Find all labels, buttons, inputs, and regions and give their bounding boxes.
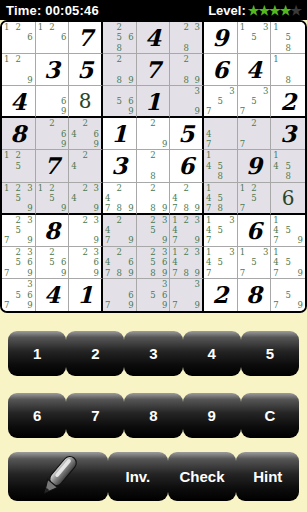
candidate-2 [148,279,159,290]
candidate-6: 6 [90,257,101,267]
candidate-1 [170,86,181,96]
candidate-5: 5 [13,161,24,171]
candidate-3 [294,215,305,225]
candidate-8: 8 [181,268,192,278]
cell-r5c4[interactable]: 3 [103,150,137,182]
candidate-9 [57,43,68,53]
cell-r1c4[interactable]: 2568 [103,22,137,54]
candidate-9 [226,268,237,278]
star-icon: ★ [248,3,259,18]
candidate-1: 1 [271,22,282,32]
candidate-2: 2 [114,22,125,32]
candidate-9 [125,43,136,53]
keypad-row-1: 1 2 3 4 5 [8,331,299,376]
candidate-1 [137,150,148,160]
cell-r9c3[interactable]: 1 [69,279,103,311]
cell-r8c9[interactable]: 14579 [271,247,305,279]
cell-r6c5[interactable]: 289 [137,183,171,215]
cell-r9c5[interactable]: 3569 [137,279,171,311]
cell-r9c4[interactable]: 679 [103,279,137,311]
cell-r4c1[interactable]: 8 [2,118,36,150]
candidate-3: 3 [226,247,237,257]
candidate-5 [47,129,58,139]
candidate-8: 8 [148,171,159,181]
candidate-2: 2 [13,54,24,64]
candidate-9: 9 [57,106,68,116]
digit-5-button[interactable]: 5 [241,331,299,376]
candidate-8: 8 [148,268,159,278]
candidate-1 [170,54,181,64]
candidate-8 [215,106,226,116]
candidate-1 [137,118,148,128]
cell-r2c1[interactable]: 129 [2,54,36,86]
candidate-3: 3 [158,247,169,257]
candidate-1: 1 [204,150,215,160]
cell-r2c7[interactable]: 6 [204,54,238,86]
candidate-8 [13,43,24,53]
pen-mode-button[interactable] [8,452,108,501]
candidate-7 [2,43,13,53]
candidate-5: 5 [249,193,260,203]
candidate-7: 7 [204,139,215,149]
candidate-1: 1 [2,183,13,193]
candidate-6 [24,225,35,235]
candidate-4: 4 [204,257,215,267]
check-button[interactable]: Check [168,452,237,501]
cell-r2c6[interactable]: 289 [170,54,204,86]
cell-r8c4[interactable]: 246789 [103,247,137,279]
cell-r4c4[interactable]: 1 [103,118,137,150]
candidate-4 [271,64,282,74]
candidate-2 [283,150,294,160]
cell-r6c1[interactable]: 12359 [2,183,36,215]
cell-r5c8[interactable]: 9 [238,150,272,182]
action-bar: Inv. Check Hint [8,452,299,501]
candidate-2: 2 [47,183,58,193]
candidate-4: 4 [271,257,282,267]
cell-r8c2[interactable]: 2569 [36,247,70,279]
candidate-8 [47,203,58,213]
candidate-7: 7 [204,235,215,245]
candidate-3 [191,183,202,193]
candidate-8 [148,139,159,149]
cell-r3c9[interactable]: 2 [271,86,305,118]
candidate-3 [57,118,68,128]
candidate-4 [137,161,148,171]
cell-r4c3[interactable]: 2469 [69,118,103,150]
cell-r7c8[interactable]: 6 [238,215,272,247]
candidate-2: 2 [148,150,159,160]
candidate-6: 6 [125,32,136,42]
candidate-9: 9 [90,268,101,278]
candidate-1 [137,215,148,225]
candidate-2: 2 [114,183,125,193]
candidate-9: 9 [125,75,136,85]
candidate-2: 2 [47,247,58,257]
candidate-5: 5 [148,225,159,235]
candidate-6 [259,193,270,203]
candidate-3 [57,86,68,96]
candidate-6 [90,193,101,203]
candidate-3 [226,183,237,193]
cell-r7c6[interactable]: 123479 [170,215,204,247]
candidate-6 [24,64,35,74]
cell-r1c7[interactable]: 9 [204,22,238,54]
cell-r4c6[interactable]: 5 [170,118,204,150]
candidate-7: 7 [2,300,13,311]
candidate-4 [137,257,148,267]
candidate-1 [69,247,80,257]
candidate-8: 8 [181,203,192,213]
cell-r3c7[interactable]: 357 [204,86,238,118]
candidate-2 [249,86,260,96]
cell-r8c6[interactable]: 1234789 [170,247,204,279]
digit-2-button[interactable]: 2 [66,331,124,376]
cell-r1c8[interactable]: 135 [238,22,272,54]
cell-r6c6[interactable]: 24789 [170,183,204,215]
candidate-5 [181,32,192,42]
candidate-3 [125,86,136,96]
cell-r4c2[interactable]: 269 [36,118,70,150]
candidate-1: 1 [204,183,215,193]
cell-r2c5[interactable]: 7 [137,54,171,86]
candidate-2 [249,247,260,257]
candidate-6 [158,129,169,139]
candidate-3 [125,279,136,290]
cell-r6c2[interactable]: 1259 [36,183,70,215]
digit-6-button[interactable]: 6 [8,393,66,438]
candidate-7 [170,43,181,53]
candidate-5 [181,96,192,106]
candidate-3: 3 [191,86,202,96]
candidate-7 [2,171,13,181]
candidate-9 [90,171,101,181]
cell-r9c8[interactable]: 8 [238,279,272,311]
candidate-4 [103,290,114,301]
candidate-3 [125,183,136,193]
time-value: 00:05:46 [45,3,99,18]
cell-r1c5[interactable]: 4 [137,22,171,54]
sudoku-board[interactable]: 1261267256842389135158129352897289641846… [0,20,307,313]
candidate-7 [103,43,114,53]
cell-r3c1[interactable]: 4 [2,86,36,118]
candidate-3 [294,54,305,64]
cell-r2c8[interactable]: 4 [238,54,272,86]
candidate-3: 3 [90,183,101,193]
candidate-9 [294,43,305,53]
candidate-3 [90,150,101,160]
candidate-9: 9 [191,106,202,116]
candidate-6: 6 [57,257,68,267]
candidate-7 [137,268,148,278]
candidate-9: 9 [90,203,101,213]
cell-r1c6[interactable]: 238 [170,22,204,54]
cell-r2c3[interactable]: 5 [69,54,103,86]
candidate-5 [114,193,125,203]
cell-r9c6[interactable]: 379 [170,279,204,311]
candidate-4 [137,193,148,203]
candidate-5 [114,64,125,74]
candidate-3 [90,118,101,128]
candidate-7: 7 [170,300,181,311]
candidate-9: 9 [191,300,202,311]
candidate-9 [259,268,270,278]
candidate-2: 2 [114,215,125,225]
candidate-8 [114,235,125,245]
clear-button[interactable]: C [241,393,299,438]
candidate-7: 7 [103,235,114,245]
cell-r1c2[interactable]: 126 [36,22,70,54]
candidate-7 [36,203,47,213]
candidate-6 [226,193,237,203]
candidate-4 [103,32,114,42]
candidate-2 [181,86,192,96]
cell-r8c1[interactable]: 235679 [2,247,36,279]
candidate-6 [226,129,237,139]
candidate-6 [158,225,169,235]
candidate-3 [24,22,35,32]
cell-r5c5[interactable]: 28 [137,150,171,182]
cell-r5c2[interactable]: 7 [36,150,70,182]
candidate-5 [249,129,260,139]
candidate-5: 5 [215,225,226,235]
candidate-2 [47,86,58,96]
candidate-7 [103,106,114,116]
candidate-6: 6 [158,290,169,301]
candidate-5 [80,225,91,235]
candidate-3 [125,54,136,64]
candidate-8 [249,139,260,149]
cell-r6c8[interactable]: 1257 [238,183,272,215]
candidate-5: 5 [283,225,294,235]
candidate-2: 2 [47,22,58,32]
candidate-8 [283,300,294,311]
candidate-9 [259,139,270,149]
candidate-8 [47,139,58,149]
candidate-9: 9 [24,235,35,245]
candidate-4: 4 [103,193,114,203]
cell-r7c4[interactable]: 2479 [103,215,137,247]
candidate-4: 4 [69,161,80,171]
candidate-4 [170,32,181,42]
candidate-4 [137,129,148,139]
candidate-1 [103,86,114,96]
candidate-4 [36,32,47,42]
candidate-9 [259,203,270,213]
candidate-7 [238,43,249,53]
candidate-9: 9 [125,235,136,245]
cell-r3c3[interactable]: 8 [69,86,103,118]
candidate-9: 9 [125,268,136,278]
digit-3-button[interactable]: 3 [124,331,182,376]
cell-r8c3[interactable]: 2369 [69,247,103,279]
cell-r3c5[interactable]: 1 [137,86,171,118]
candidate-1 [137,183,148,193]
cell-r1c3[interactable]: 7 [69,22,103,54]
candidate-7 [170,106,181,116]
candidate-4 [2,290,13,301]
candidate-4: 4 [271,225,282,235]
candidate-4: 4 [204,161,215,171]
candidate-5: 5 [249,257,260,267]
cell-r2c2[interactable]: 3 [36,54,70,86]
candidate-5 [148,193,159,203]
cell-r9c9[interactable]: 579 [271,279,305,311]
cell-r4c9[interactable]: 3 [271,118,305,150]
candidate-7: 7 [238,139,249,149]
candidate-4: 4 [170,257,181,267]
cell-r8c8[interactable]: 1357 [238,247,272,279]
digit-4-button[interactable]: 4 [183,331,241,376]
candidate-5: 5 [13,257,24,267]
candidate-2 [114,279,125,290]
cell-r1c1[interactable]: 126 [2,22,36,54]
candidate-5 [47,32,58,42]
cell-r7c3[interactable]: 239 [69,215,103,247]
cell-r3c2[interactable]: 69 [36,86,70,118]
candidate-2 [283,54,294,64]
candidate-1 [103,54,114,64]
cell-r5c1[interactable]: 125 [2,150,36,182]
candidate-8 [215,139,226,149]
candidate-7: 7 [238,203,249,213]
candidate-8: 8 [283,43,294,53]
cell-r4c7[interactable]: 47 [204,118,238,150]
cell-r5c3[interactable]: 24 [69,150,103,182]
candidate-7: 7 [238,106,249,116]
candidate-6: 6 [57,96,68,106]
cell-r7c7[interactable]: 13457 [204,215,238,247]
cell-r7c5[interactable]: 2359 [137,215,171,247]
candidate-6: 6 [125,290,136,301]
digit-1-button[interactable]: 1 [8,331,66,376]
candidate-4 [170,96,181,106]
candidate-3 [125,247,136,257]
candidate-2 [215,150,226,160]
cell-r2c9[interactable]: 18 [271,54,305,86]
cell-r1c9[interactable]: 158 [271,22,305,54]
candidate-7 [36,268,47,278]
candidate-4: 4 [170,225,181,235]
candidate-8 [215,268,226,278]
candidate-6 [259,96,270,106]
cell-r6c4[interactable]: 24789 [103,183,137,215]
candidate-8 [47,106,58,116]
candidate-9: 9 [191,268,202,278]
candidate-1 [103,247,114,257]
candidate-7 [69,235,80,245]
cell-r6c9[interactable]: 6 [271,183,305,215]
cell-r8c7[interactable]: 13457 [204,247,238,279]
candidate-2 [114,86,125,96]
candidate-8 [148,300,159,311]
candidate-4 [2,161,13,171]
cell-r3c4[interactable]: 569 [103,86,137,118]
cell-r6c3[interactable]: 2349 [69,183,103,215]
cell-r6c7[interactable]: 14578 [204,183,238,215]
cell-r5c6[interactable]: 6 [170,150,204,182]
candidate-4 [238,129,249,139]
invert-button[interactable]: Inv. [108,452,167,501]
candidate-4 [36,129,47,139]
candidate-2 [215,247,226,257]
candidate-2: 2 [181,22,192,32]
candidate-5: 5 [283,290,294,301]
candidate-2: 2 [114,247,125,257]
cell-r9c7[interactable]: 2 [204,279,238,311]
cell-r3c6[interactable]: 39 [170,86,204,118]
candidate-7: 7 [2,235,13,245]
candidate-6: 6 [90,129,101,139]
candidate-1 [69,215,80,225]
candidate-1 [238,86,249,96]
candidate-7 [69,139,80,149]
candidate-5: 5 [13,225,24,235]
candidate-4 [137,290,148,301]
cell-r5c7[interactable]: 1458 [204,150,238,182]
cell-r2c4[interactable]: 289 [103,54,137,86]
candidate-5 [13,64,24,74]
candidate-5: 5 [148,257,159,267]
cell-r4c5[interactable]: 29 [137,118,171,150]
cell-r4c8[interactable]: 27 [238,118,272,150]
candidate-4 [238,193,249,203]
candidate-6 [226,257,237,267]
candidate-5: 5 [249,32,260,42]
candidate-6 [226,161,237,171]
cell-r7c9[interactable]: 14579 [271,215,305,247]
candidate-2: 2 [13,247,24,257]
cell-r7c2[interactable]: 8 [36,215,70,247]
cell-r8c5[interactable]: 235689 [137,247,171,279]
candidate-2: 2 [181,54,192,64]
candidate-8 [13,268,24,278]
candidate-2: 2 [13,22,24,32]
candidate-9 [259,106,270,116]
candidate-8 [181,300,192,311]
cell-r9c1[interactable]: 35679 [2,279,36,311]
candidate-1 [2,279,13,290]
candidate-4 [36,96,47,106]
candidate-6 [57,193,68,203]
candidate-2: 2 [80,247,91,257]
candidate-4 [271,32,282,42]
cell-r9c2[interactable]: 4 [36,279,70,311]
candidate-6 [191,64,202,74]
digit-9-button[interactable]: 9 [183,393,241,438]
candidate-8 [181,235,192,245]
candidate-9: 9 [24,268,35,278]
candidate-8: 8 [181,43,192,53]
candidate-6 [191,257,202,267]
digit-8-button[interactable]: 8 [124,393,182,438]
hint-button[interactable]: Hint [236,452,299,501]
candidate-6 [125,225,136,235]
cell-r5c9[interactable]: 1458 [271,150,305,182]
candidate-8: 8 [114,203,125,213]
candidate-1 [103,22,114,32]
candidate-9: 9 [90,139,101,149]
candidate-3: 3 [259,22,270,32]
candidate-2: 2 [181,183,192,193]
cell-r7c1[interactable]: 23579 [2,215,36,247]
candidate-7 [271,171,282,181]
candidate-8 [215,235,226,245]
cell-r3c8[interactable]: 357 [238,86,272,118]
candidate-7 [137,235,148,245]
candidate-7 [36,106,47,116]
digit-7-button[interactable]: 7 [66,393,124,438]
